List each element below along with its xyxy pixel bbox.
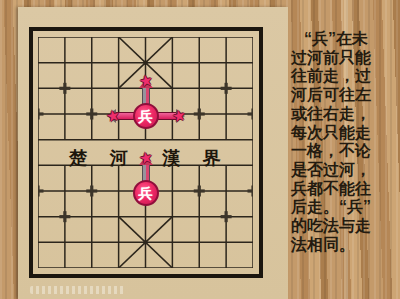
piece-disc: 兵	[133, 103, 159, 129]
river-text-han-jie: 漢 界	[162, 146, 230, 170]
arrow-star-left-icon: ★	[103, 107, 122, 126]
river-text-chu-he: 楚 河	[69, 146, 137, 170]
explanation-line: “兵”在未	[291, 30, 397, 49]
piece-label: 兵	[139, 186, 153, 201]
piece-soldier-start[interactable]: ★兵	[133, 180, 159, 206]
explanation-line: 过河前只能	[291, 49, 397, 68]
watermark	[30, 286, 125, 294]
explanation-line: 兵都不能往	[291, 180, 397, 199]
explanation-line: 河后可往左	[291, 86, 397, 105]
arrow-star-right-icon: ★	[169, 107, 188, 126]
piece-disc: 兵	[133, 180, 159, 206]
explanation-line: 是否过河，	[291, 161, 397, 180]
explanation-line: 或往右走，	[291, 105, 397, 124]
slide: 楚 河 漢 界 ★★★兵★兵 “兵”在未过河前只能往前走，过河后可往左或往右走，…	[0, 0, 400, 299]
explanation-line: 一格，不论	[291, 142, 397, 161]
piece-label: 兵	[139, 109, 153, 124]
explanation-line: 法相同。	[291, 236, 397, 255]
arrow-star-up-icon: ★	[136, 149, 155, 168]
explanation-text: “兵”在未过河前只能往前走，过河后可往左或往右走，每次只能走一格，不论是否过河，…	[291, 30, 397, 254]
piece-soldier-crossed[interactable]: ★★★兵	[133, 103, 159, 129]
explanation-line: 每次只能走	[291, 124, 397, 143]
xiangqi-board: 楚 河 漢 界 ★★★兵★兵	[18, 7, 288, 299]
explanation-line: 往前走，过	[291, 67, 397, 86]
arrow-star-up-icon: ★	[136, 72, 155, 91]
explanation-line: 的吃法与走	[291, 217, 397, 236]
explanation-line: 后走。“兵”	[291, 198, 397, 217]
